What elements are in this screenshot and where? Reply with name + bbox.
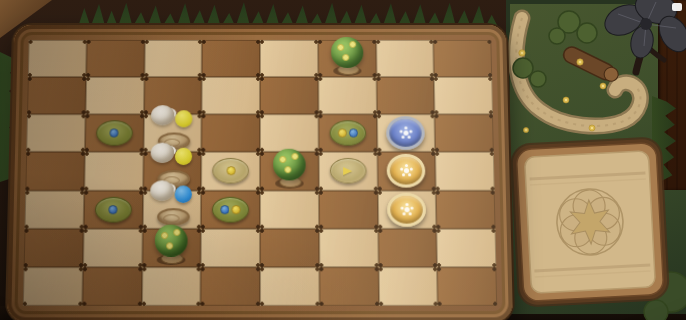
bush-flower (279, 156, 286, 163)
board-cell-r5c6[interactable] (319, 190, 378, 228)
board-cell-r5c3[interactable] (142, 190, 201, 228)
bush-flower (174, 229, 181, 236)
board-cell-r7c8[interactable] (437, 267, 497, 306)
board-cell-r6c7[interactable] (378, 228, 438, 267)
board-cell-r2c6[interactable] (318, 77, 376, 114)
board-cell-r1c1[interactable] (28, 40, 87, 77)
board-cell-r6c3[interactable] (142, 228, 201, 267)
yellow-ball (176, 110, 193, 127)
board-cell-r3c4[interactable] (202, 115, 260, 153)
board-cell-r5c4[interactable] (201, 190, 260, 228)
bush-flower (342, 53, 349, 60)
board-cell-r5c5[interactable] (260, 190, 319, 228)
cotton-puff (151, 105, 174, 125)
yellow-rosette-piece[interactable] (387, 154, 426, 188)
cotton-puff (151, 143, 174, 163)
board-cell-r1c3[interactable] (144, 40, 202, 77)
board-cell-r5c1[interactable] (25, 190, 85, 228)
board-cell-r6c6[interactable] (319, 228, 378, 267)
piece-holder (201, 152, 260, 190)
board-cell-r3c7[interactable] (376, 115, 435, 153)
garden-decor (506, 0, 686, 320)
yellow-ball (175, 148, 192, 165)
board-cell-r3c1[interactable] (26, 115, 85, 153)
blue-droplet (110, 129, 119, 138)
overlay-watermark-badge (672, 3, 682, 11)
piece-holder (201, 190, 260, 228)
board-cell-r6c2[interactable] (83, 228, 143, 267)
board-cell-r2c8[interactable] (434, 77, 493, 114)
pad-piece[interactable] (96, 121, 133, 146)
bush-flower (284, 166, 291, 173)
board-cell-r1c4[interactable] (202, 40, 260, 77)
bush-foliage (273, 149, 306, 181)
board-cell-r7c4[interactable] (201, 267, 260, 306)
piece-holder (142, 190, 201, 228)
pad-piece[interactable] (329, 121, 366, 146)
board-cell-r5c8[interactable] (436, 190, 496, 228)
board-cell-r6c1[interactable] (24, 228, 84, 267)
piece-holder (142, 228, 201, 267)
piece-holder (260, 152, 319, 190)
cotton-puff (151, 181, 175, 202)
board-cell-r2c1[interactable] (27, 77, 86, 114)
board-cell-r4c4[interactable] (201, 152, 260, 190)
piece-holder (85, 115, 144, 153)
game-board (7, 25, 513, 320)
board-cell-r1c6[interactable] (318, 40, 376, 77)
bush-foliage (331, 37, 363, 68)
rosette-emblem (403, 131, 408, 136)
bush-piece[interactable] (269, 148, 310, 189)
board-cell-r2c5[interactable] (260, 77, 318, 114)
pad-piece[interactable] (212, 196, 249, 222)
board-cell-r3c2[interactable] (85, 115, 144, 153)
piece-holder (318, 152, 377, 190)
board-cell-r4c7[interactable] (377, 152, 436, 190)
blue-ball (175, 186, 192, 203)
board-cell-r5c7[interactable] (377, 190, 436, 228)
bush-flower (337, 44, 344, 51)
blue-rosette-piece[interactable] (386, 117, 425, 151)
bush-flower (349, 41, 356, 48)
piece-holder (377, 152, 436, 190)
board-cell-r6c5[interactable] (260, 228, 319, 267)
board-cell-r7c1[interactable] (23, 267, 83, 306)
board-cell-r7c5[interactable] (260, 267, 319, 306)
piece-holder (377, 190, 436, 228)
board-cell-r1c5[interactable] (260, 40, 318, 77)
card-tray[interactable] (510, 136, 670, 308)
blue-droplet (108, 205, 117, 214)
board-cell-r7c7[interactable] (378, 267, 438, 306)
board-cell-r1c2[interactable] (86, 40, 144, 77)
yellow-droplet (232, 205, 241, 214)
pad-piece[interactable] (212, 158, 249, 184)
grass-silhouette (78, 0, 498, 27)
yellow-droplet (337, 129, 346, 138)
board-cell-r6c4[interactable] (201, 228, 260, 267)
board-cell-r3c6[interactable] (318, 115, 377, 153)
piece-holder (318, 115, 377, 153)
bush-piece[interactable] (327, 36, 367, 76)
pad-piece[interactable] (95, 196, 132, 222)
log (561, 44, 621, 84)
pad-piece[interactable] (329, 158, 366, 184)
bush-flower (291, 153, 298, 160)
yellow-rosette-piece[interactable] (387, 192, 426, 226)
blue-droplet (220, 205, 229, 214)
board-cell-r7c6[interactable] (319, 267, 379, 306)
rosette-emblem (404, 207, 409, 212)
board-cell-r7c2[interactable] (82, 267, 142, 306)
piece-holder (376, 115, 435, 153)
piece-holder (318, 40, 376, 77)
board-cell-r3c8[interactable] (435, 115, 494, 153)
bush-piece[interactable] (151, 224, 192, 265)
board-cell-r1c7[interactable] (376, 40, 434, 77)
bush-foliage (155, 225, 188, 257)
board-cell-r5c2[interactable] (83, 190, 142, 228)
blue-droplet (348, 129, 357, 138)
game-scene (0, 0, 686, 320)
board-cell-r2c7[interactable] (376, 77, 435, 114)
board-cell-r4c2[interactable] (84, 152, 143, 190)
cotton-piece[interactable] (148, 181, 195, 226)
bush-flower (166, 243, 173, 250)
board-frame (7, 25, 513, 320)
piece-holder (83, 190, 142, 228)
board-cell-r4c6[interactable] (318, 152, 377, 190)
board-cell-r7c3[interactable] (141, 267, 201, 306)
board-cell-r2c2[interactable] (85, 77, 144, 114)
board-cell-r4c1[interactable] (25, 152, 84, 190)
spiral-ring (164, 214, 180, 222)
rosette-emblem (404, 169, 409, 174)
board-cell-r3c5[interactable] (260, 115, 318, 153)
board-cell-r4c5[interactable] (260, 152, 319, 190)
board-cell-r6c8[interactable] (437, 228, 497, 267)
board-grid (23, 40, 497, 306)
board-cell-r2c4[interactable] (202, 77, 260, 114)
yellow-arrow-marker (343, 167, 352, 175)
board-cell-r4c8[interactable] (435, 152, 494, 190)
board-cell-r1c8[interactable] (433, 40, 492, 77)
yellow-droplet (226, 167, 235, 176)
bush-flower (161, 232, 168, 239)
